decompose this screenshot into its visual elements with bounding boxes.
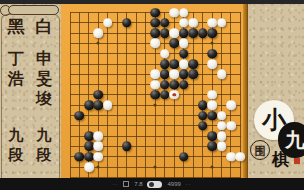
white-stone[interactable] [217,111,227,121]
white-stone[interactable] [169,8,179,18]
logo-red-seal [294,158,300,164]
player-panel: 黑 丁浩 九段 白 申旻埈 九段 [0,0,61,190]
letterbox-top-bar [0,0,304,4]
go-board[interactable] [61,0,248,190]
white-stone[interactable] [169,28,179,38]
white-stone[interactable] [217,131,227,141]
black-stone[interactable] [188,28,198,38]
grid-line-v [126,12,127,190]
black-stone[interactable] [122,142,132,152]
channel-logo: 小 九 围 棋 [248,92,304,178]
white-stone[interactable] [207,100,217,110]
white-stone[interactable] [179,8,189,18]
bar-dots-left: ·· [112,181,118,187]
white-stone[interactable] [94,152,104,162]
white-stone[interactable] [179,59,189,69]
black-stone[interactable] [169,59,179,69]
white-stone[interactable] [150,80,160,90]
white-stone[interactable] [179,18,189,28]
white-color-label: 白 [32,17,56,37]
black-stone[interactable] [207,49,217,59]
black-stone[interactable] [207,131,217,141]
white-player-column: 白 申旻埈 九段 [32,17,56,110]
grid-line-h [70,125,241,126]
right-panel: 小 九 围 棋 [248,0,304,190]
black-stone[interactable] [188,59,198,69]
white-stone[interactable] [217,18,227,28]
toggle-knob-icon [149,182,154,187]
white-player-name: 申旻埈 [32,49,56,110]
star-point [154,104,157,107]
black-stone[interactable] [150,18,160,28]
black-stone[interactable] [179,70,189,80]
white-stone[interactable] [160,49,170,59]
grid-line-v [136,12,137,190]
bar-dots-right: ·· [186,181,192,187]
white-stone[interactable] [217,142,227,152]
logo-char-qi: 棋 [272,148,289,171]
black-stone[interactable] [150,28,160,38]
black-stone[interactable] [84,152,94,162]
black-stone[interactable] [169,39,179,49]
white-stone[interactable] [226,152,236,162]
grid-line-v [240,12,241,190]
grid-line-v [79,12,80,190]
black-stone[interactable] [160,90,170,100]
black-stone[interactable] [188,70,198,80]
white-stone[interactable] [179,39,189,49]
black-stone[interactable] [198,111,208,121]
black-stone[interactable] [169,80,179,90]
black-stone[interactable] [179,152,189,162]
black-stone[interactable] [94,90,104,100]
black-stone[interactable] [207,142,217,152]
black-stone[interactable] [160,18,170,28]
video-frame: 黑 丁浩 九段 白 申旻埈 九段 小 九 围 棋 ·· [0,0,304,190]
logo-char-wei: 围 [255,145,266,157]
danmaku-checkbox-icon[interactable] [123,181,129,187]
black-stone[interactable] [150,90,160,100]
black-color-label: 黑 [4,17,28,37]
grid-line-v [164,12,165,190]
black-stone[interactable] [75,152,85,162]
danmaku-toggle[interactable] [147,181,162,188]
black-stone[interactable] [207,111,217,121]
black-stone[interactable] [160,70,170,80]
white-stone[interactable] [94,28,104,38]
black-stone[interactable] [160,80,170,90]
player-control-bar[interactable]: ·· 7.8 4999 ·· [0,178,304,190]
white-stone[interactable] [150,39,160,49]
grid-line-v [221,12,222,190]
white-stone[interactable] [226,100,236,110]
white-player-rank: 九段 [32,125,56,166]
black-stone[interactable] [122,18,132,28]
black-player-rank: 九段 [4,125,28,166]
black-stone[interactable] [160,59,170,69]
black-player-name: 丁浩 [4,49,28,90]
white-stone[interactable] [103,100,113,110]
white-stone[interactable] [188,18,198,28]
black-stone[interactable] [75,111,85,121]
white-stone[interactable] [207,18,217,28]
logo-ring-wei: 围 [250,140,270,160]
grid-line-v [193,12,194,190]
white-stone[interactable] [236,152,246,162]
white-stone[interactable] [207,59,217,69]
black-stone[interactable] [179,28,189,38]
white-stone[interactable] [94,142,104,152]
grid-line-v [145,12,146,190]
black-stone[interactable] [198,100,208,110]
black-stone[interactable] [94,100,104,110]
white-stone[interactable] [207,90,217,100]
star-point [97,166,100,169]
white-stone[interactable] [217,70,227,80]
black-stone[interactable] [179,49,189,59]
danmaku-count: 4999 [167,181,180,187]
white-stone[interactable] [217,121,227,131]
black-stone[interactable] [150,8,160,18]
white-stone[interactable] [103,18,113,28]
black-stone[interactable] [160,28,170,38]
star-point [97,42,100,45]
white-stone[interactable] [94,131,104,141]
star-point [211,42,214,45]
white-stone[interactable] [84,162,94,172]
white-stone[interactable] [226,121,236,131]
speed-text: 7.8 [134,181,142,187]
black-stone[interactable] [198,28,208,38]
white-stone[interactable] [150,70,160,80]
black-stone[interactable] [198,121,208,131]
grid-line-v [117,12,118,190]
black-stone[interactable] [179,80,189,90]
black-stone[interactable] [207,28,217,38]
black-stone[interactable] [84,142,94,152]
grid-line-v [70,12,71,190]
white-stone[interactable] [169,70,179,80]
black-player-column: 黑 丁浩 九段 [4,17,28,89]
star-point [211,166,214,169]
black-stone[interactable] [84,100,94,110]
star-point [154,166,157,169]
black-stone[interactable] [84,131,94,141]
